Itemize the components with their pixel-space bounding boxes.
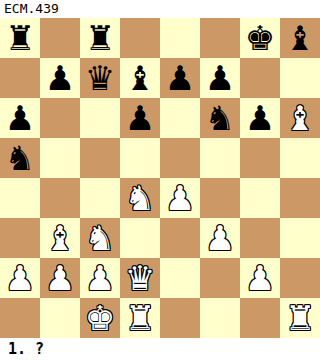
chess-board: ♜♜♚♝♟♛♝♟♟♟♟♞♟♝♞♞♟♝♞♟♟♟♟♛♟♚♜♜ [0,18,320,338]
white-king: ♚ [85,298,115,338]
square-d4[interactable]: ♞ [120,178,160,218]
square-b2[interactable]: ♟ [40,258,80,298]
black-knight: ♞ [5,138,35,178]
square-d5[interactable] [120,138,160,178]
square-h6[interactable]: ♝ [280,98,320,138]
square-d2[interactable]: ♛ [120,258,160,298]
square-g1[interactable] [240,298,280,338]
square-f1[interactable] [200,298,240,338]
square-a6[interactable]: ♟ [0,98,40,138]
square-a1[interactable] [0,298,40,338]
white-knight: ♞ [125,178,155,218]
square-g4[interactable] [240,178,280,218]
black-pawn: ♟ [125,98,155,138]
square-b1[interactable] [40,298,80,338]
square-b4[interactable] [40,178,80,218]
black-pawn: ♟ [205,58,235,98]
white-pawn: ♟ [85,258,115,298]
square-h2[interactable] [280,258,320,298]
square-c1[interactable]: ♚ [80,298,120,338]
square-d7[interactable]: ♝ [120,58,160,98]
black-king: ♚ [245,18,275,58]
square-e2[interactable] [160,258,200,298]
black-pawn: ♟ [45,58,75,98]
square-a5[interactable]: ♞ [0,138,40,178]
black-queen: ♛ [85,58,115,98]
square-b7[interactable]: ♟ [40,58,80,98]
square-d3[interactable] [120,218,160,258]
square-h4[interactable] [280,178,320,218]
black-rook: ♜ [85,18,115,58]
black-rook: ♜ [5,18,35,58]
square-g3[interactable] [240,218,280,258]
square-f8[interactable] [200,18,240,58]
square-a3[interactable] [0,218,40,258]
square-g6[interactable]: ♟ [240,98,280,138]
white-rook: ♜ [285,298,315,338]
square-d8[interactable] [120,18,160,58]
square-a8[interactable]: ♜ [0,18,40,58]
square-c5[interactable] [80,138,120,178]
white-bishop: ♝ [285,98,315,138]
white-bishop: ♝ [45,218,75,258]
square-h3[interactable] [280,218,320,258]
white-pawn: ♟ [205,218,235,258]
square-h7[interactable] [280,58,320,98]
square-e8[interactable] [160,18,200,58]
square-c6[interactable] [80,98,120,138]
square-e4[interactable]: ♟ [160,178,200,218]
square-e7[interactable]: ♟ [160,58,200,98]
black-pawn: ♟ [5,98,35,138]
white-pawn: ♟ [45,258,75,298]
square-e5[interactable] [160,138,200,178]
square-c3[interactable]: ♞ [80,218,120,258]
square-f7[interactable]: ♟ [200,58,240,98]
square-f5[interactable] [200,138,240,178]
square-h1[interactable]: ♜ [280,298,320,338]
square-c2[interactable]: ♟ [80,258,120,298]
white-pawn: ♟ [245,258,275,298]
square-d6[interactable]: ♟ [120,98,160,138]
white-pawn: ♟ [5,258,35,298]
black-pawn: ♟ [165,58,195,98]
square-b3[interactable]: ♝ [40,218,80,258]
diagram-title: ECM.439 [4,1,59,16]
square-a2[interactable]: ♟ [0,258,40,298]
move-prompt: 1. ? [8,340,44,358]
square-a7[interactable] [0,58,40,98]
square-e6[interactable] [160,98,200,138]
square-g5[interactable] [240,138,280,178]
square-e1[interactable] [160,298,200,338]
square-b8[interactable] [40,18,80,58]
square-c8[interactable]: ♜ [80,18,120,58]
square-f4[interactable] [200,178,240,218]
black-pawn: ♟ [245,98,275,138]
square-g2[interactable]: ♟ [240,258,280,298]
square-h8[interactable]: ♝ [280,18,320,58]
square-f6[interactable]: ♞ [200,98,240,138]
square-c4[interactable] [80,178,120,218]
black-bishop: ♝ [125,58,155,98]
square-a4[interactable] [0,178,40,218]
white-knight: ♞ [85,218,115,258]
square-g7[interactable] [240,58,280,98]
square-e3[interactable] [160,218,200,258]
white-rook: ♜ [125,298,155,338]
square-f2[interactable] [200,258,240,298]
white-pawn: ♟ [165,178,195,218]
white-queen: ♛ [125,258,155,298]
square-b6[interactable] [40,98,80,138]
black-knight: ♞ [205,98,235,138]
black-bishop: ♝ [285,18,315,58]
square-h5[interactable] [280,138,320,178]
square-c7[interactable]: ♛ [80,58,120,98]
square-d1[interactable]: ♜ [120,298,160,338]
square-g8[interactable]: ♚ [240,18,280,58]
square-b5[interactable] [40,138,80,178]
square-f3[interactable]: ♟ [200,218,240,258]
